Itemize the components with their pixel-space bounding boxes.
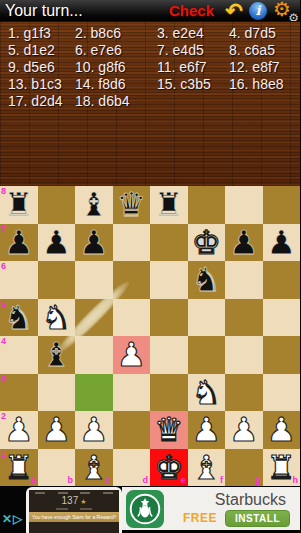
square-e5[interactable] <box>150 299 188 337</box>
starbucks-logo-icon[interactable] <box>126 490 164 528</box>
square-c7[interactable]: ♟ <box>75 224 113 262</box>
move-entry: 11. e6f7 <box>157 59 229 76</box>
square-b2[interactable]: ♟ <box>38 411 76 449</box>
move-entry: 3. e2e4 <box>157 25 229 42</box>
square-h3[interactable] <box>263 374 301 412</box>
chevron-right-icon: › <box>114 512 116 522</box>
black-pawn-b7: ♟ <box>38 224 76 261</box>
square-a2[interactable]: 2♟ <box>0 411 38 449</box>
move-entry: 14. f8d6 <box>75 76 157 93</box>
chess-board: 8♜♝♛♜7♟♟♟♚♟♟6♞5♞♞4♝♟3♞2♟♟♟♛♟♟♟1a♜bc♝de♚f… <box>0 186 300 486</box>
screenshot-nav-bar <box>29 490 119 494</box>
square-h2[interactable]: ♟ <box>263 411 301 449</box>
rank-label-6: 6 <box>1 262 6 271</box>
move-entry: 18. d6b4 <box>75 93 157 110</box>
screenshot-content: 137★ You have enough Stars for a Reward … <box>29 490 119 533</box>
square-c3[interactable] <box>75 374 113 412</box>
square-h5[interactable] <box>263 299 301 337</box>
square-d2[interactable] <box>113 411 151 449</box>
square-f6[interactable]: ♞ <box>188 261 226 299</box>
move-list-panel: 1. g1f32. b8c63. e2e44. d7d55. d1e26. e7… <box>0 21 300 186</box>
square-f7[interactable]: ♚ <box>188 224 226 262</box>
rank-label-7: 7 <box>1 225 6 234</box>
square-g7[interactable]: ♟ <box>225 224 263 262</box>
square-d8[interactable]: ♛ <box>113 186 151 224</box>
square-c8[interactable]: ♝ <box>75 186 113 224</box>
square-e6[interactable] <box>150 261 188 299</box>
square-f4[interactable] <box>188 336 226 374</box>
square-h6[interactable] <box>263 261 301 299</box>
black-knight-f6: ♞ <box>188 261 226 298</box>
black-bishop-c8: ♝ <box>75 186 113 223</box>
file-label-c: c <box>105 476 110 485</box>
file-label-f: f <box>220 476 223 485</box>
white-queen-e2: ♛ <box>150 411 188 448</box>
square-e4[interactable] <box>150 336 188 374</box>
square-f3[interactable]: ♞ <box>188 374 226 412</box>
move-entry: 4. d7d5 <box>229 25 300 42</box>
move-entry: 1. g1f3 <box>8 25 75 42</box>
square-b4[interactable]: ♝ <box>38 336 76 374</box>
black-king-f7: ♚ <box>188 224 226 261</box>
ad-app-screenshot[interactable]: 137★ You have enough Stars for a Reward … <box>26 487 122 533</box>
black-queen-d8: ♛ <box>113 186 151 223</box>
square-e2[interactable]: ♛ <box>150 411 188 449</box>
white-knight-f3: ♞ <box>188 374 226 411</box>
file-label-a: a <box>30 476 35 485</box>
black-rook-e8: ♜ <box>150 186 188 223</box>
file-label-h: h <box>293 476 299 485</box>
screenshot-stars-count: 137★ <box>29 495 119 507</box>
ad-left-strip: ✕ ▷ <box>0 486 27 533</box>
rank-label-4: 4 <box>1 337 6 346</box>
white-pawn-f2: ♟ <box>188 411 226 448</box>
rank-label-3: 3 <box>1 375 6 384</box>
ad-close-icon[interactable]: ✕ <box>2 512 12 526</box>
square-g8[interactable] <box>225 186 263 224</box>
square-g1[interactable]: g <box>225 449 263 487</box>
move-entry: 15. c3b5 <box>157 76 229 93</box>
move-entry: 5. d1e2 <box>8 42 75 59</box>
square-e3[interactable] <box>150 374 188 412</box>
move-entry: 2. b8c6 <box>75 25 157 42</box>
ad-app-name: Starbucks <box>215 491 286 509</box>
square-b7[interactable]: ♟ <box>38 224 76 262</box>
square-a5[interactable]: 5♞ <box>0 299 38 337</box>
file-label-b: b <box>68 476 74 485</box>
square-b1[interactable]: b <box>38 449 76 487</box>
square-b8[interactable] <box>38 186 76 224</box>
move-entry: 7. e4d5 <box>157 42 229 59</box>
rank-label-1: 1 <box>1 450 6 459</box>
square-a6[interactable]: 6 <box>0 261 38 299</box>
screenshot-reward-banner: You have enough Stars for a Reward › <box>29 512 119 522</box>
square-e8[interactable]: ♜ <box>150 186 188 224</box>
move-entry: 10. g8f6 <box>75 59 157 76</box>
ad-action-row: FREE INSTALL <box>183 510 290 527</box>
rank-label-8: 8 <box>1 187 6 196</box>
turn-status-text: Your turn... <box>5 2 83 20</box>
ad-text-block: Starbucks FREE INSTALL <box>164 491 300 527</box>
square-e7[interactable] <box>150 224 188 262</box>
white-pawn-c2: ♟ <box>75 411 113 448</box>
square-c4[interactable] <box>75 336 113 374</box>
white-knight-b5: ♞ <box>38 299 76 336</box>
square-g5[interactable] <box>225 299 263 337</box>
square-g4[interactable] <box>225 336 263 374</box>
square-h4[interactable] <box>263 336 301 374</box>
rank-label-2: 2 <box>1 412 6 421</box>
reward-banner-text: You have enough Stars for a Reward <box>32 512 114 522</box>
white-pawn-h2: ♟ <box>263 411 301 448</box>
square-c6[interactable] <box>75 261 113 299</box>
square-f5[interactable] <box>188 299 226 337</box>
black-pawn-h7: ♟ <box>263 224 301 261</box>
move-entry: 8. c6a5 <box>229 42 300 59</box>
square-h8[interactable] <box>263 186 301 224</box>
undo-icon[interactable]: ↶ <box>221 1 247 21</box>
ad-price-label: FREE <box>183 511 217 525</box>
white-pawn-b2: ♟ <box>38 411 76 448</box>
square-d1[interactable]: d <box>113 449 151 487</box>
move-entry: 13. b1c3 <box>8 76 75 93</box>
move-list: 1. g1f32. b8c63. e2e44. d7d55. d1e26. e7… <box>0 22 300 110</box>
square-d5[interactable] <box>113 299 151 337</box>
move-entry: 6. e7e6 <box>75 42 157 59</box>
file-label-e: e <box>180 476 185 485</box>
square-h7[interactable]: ♟ <box>263 224 301 262</box>
square-d7[interactable] <box>113 224 151 262</box>
star-icon: ★ <box>80 498 86 505</box>
stars-number: 137 <box>62 495 79 506</box>
install-button[interactable]: INSTALL <box>225 510 290 527</box>
black-pawn-g7: ♟ <box>225 224 263 261</box>
square-g2[interactable]: ♟ <box>225 411 263 449</box>
move-entry: 17. d2d4 <box>8 93 75 110</box>
move-entry: 16. h8e8 <box>229 76 300 93</box>
ad-banner: ✕ ▷ 137★ You have enough Stars for a Rew… <box>0 486 300 533</box>
ad-content: Starbucks FREE INSTALL <box>122 487 300 530</box>
square-f2[interactable]: ♟ <box>188 411 226 449</box>
top-bar: Your turn... Check ↶ i ⚙ ⚙ <box>0 0 300 21</box>
settings-gear-icon[interactable]: ⚙ ⚙ <box>273 0 297 21</box>
file-label-d: d <box>143 476 149 485</box>
square-a3[interactable]: 3 <box>0 374 38 412</box>
square-d3[interactable] <box>113 374 151 412</box>
square-b3[interactable] <box>38 374 76 412</box>
square-f1[interactable]: f♝ <box>188 449 226 487</box>
white-pawn-g2: ♟ <box>225 411 263 448</box>
white-pawn-d4: ♟ <box>113 336 151 373</box>
square-b6[interactable] <box>38 261 76 299</box>
square-a8[interactable]: 8♜ <box>0 186 38 224</box>
ad-choices-icon[interactable]: ▷ <box>13 512 22 526</box>
square-b5[interactable]: ♞ <box>38 299 76 337</box>
black-pawn-c7: ♟ <box>75 224 113 261</box>
chess-app-screen: Your turn... Check ↶ i ⚙ ⚙ 1. g1f32. b8c… <box>0 0 300 533</box>
file-label-g: g <box>255 476 261 485</box>
square-a1[interactable]: 1a♜ <box>0 449 38 487</box>
square-e1[interactable]: e♚ <box>150 449 188 487</box>
square-a4[interactable]: 4 <box>0 336 38 374</box>
square-g3[interactable] <box>225 374 263 412</box>
screenshot-sub-tabs <box>29 508 119 510</box>
square-f8[interactable] <box>188 186 226 224</box>
square-c1[interactable]: c♝ <box>75 449 113 487</box>
square-g6[interactable] <box>225 261 263 299</box>
check-indicator: Check <box>169 2 214 19</box>
black-bishop-b4: ♝ <box>38 336 76 373</box>
square-a7[interactable]: 7♟ <box>0 224 38 262</box>
square-c2[interactable]: ♟ <box>75 411 113 449</box>
info-icon[interactable]: i <box>249 2 267 20</box>
square-d4[interactable]: ♟ <box>113 336 151 374</box>
square-h1[interactable]: h♜ <box>263 449 301 487</box>
rank-label-5: 5 <box>1 300 6 309</box>
move-entry: 9. d5e6 <box>8 59 75 76</box>
move-entry: 12. e8f7 <box>229 59 300 76</box>
